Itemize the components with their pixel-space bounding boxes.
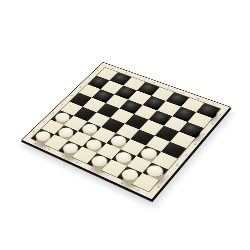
board-grid: ⛂⛂⛂⛂⛂⛂⛂⛂⛂⛂⛂⛂⛀⛀⛀⛀⛀⛀⛀⛀⛀⛀⛀⛀ xyxy=(31,67,220,191)
checkers-board: abcdefgh abcdefgh 12345678 12345678 ⛂⛂⛂⛂… xyxy=(21,62,231,200)
photo-scene: abcdefgh abcdefgh 12345678 12345678 ⛂⛂⛂⛂… xyxy=(0,0,250,250)
